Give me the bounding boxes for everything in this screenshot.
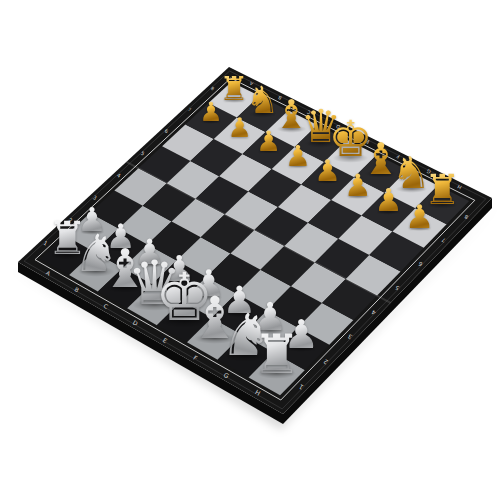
piece-black-pawn-a7[interactable]: ♟	[199, 99, 223, 125]
piece-black-pawn-g7[interactable]: ♟	[374, 185, 402, 217]
piece-white-rook-h1[interactable]: ♜	[252, 327, 301, 382]
piece-black-rook-a8[interactable]: ♜	[219, 72, 249, 105]
piece-black-pawn-b7[interactable]: ♟	[228, 113, 252, 140]
piece-black-pawn-e7[interactable]: ♟	[314, 156, 341, 186]
piece-black-pawn-d7[interactable]: ♟	[285, 141, 311, 170]
piece-black-pawn-f7[interactable]: ♟	[344, 171, 372, 202]
chess-set-photo: AA11BB22CC33DD44EE55FF66GG77HH88 ♜♞♝♛♚♝♞…	[0, 0, 500, 500]
piece-black-pawn-c7[interactable]: ♟	[256, 127, 281, 155]
piece-black-pawn-h7[interactable]: ♟	[405, 201, 434, 234]
